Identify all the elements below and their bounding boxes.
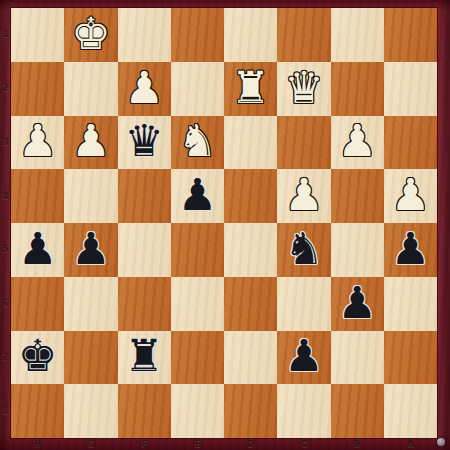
square-c7[interactable]: ♟: [277, 331, 330, 385]
square-g1[interactable]: ♚: [64, 8, 117, 62]
black-queen[interactable]: ♛: [124, 119, 163, 163]
white-pawn[interactable]: ♟: [284, 173, 323, 217]
rank-label-6: 6: [0, 277, 11, 331]
square-a4[interactable]: ♟: [384, 169, 437, 223]
square-b7[interactable]: [331, 331, 384, 385]
file-label-b: B: [331, 438, 384, 450]
white-pawn[interactable]: ♟: [337, 119, 376, 163]
file-label-e: E: [171, 438, 224, 450]
square-b8[interactable]: [331, 384, 384, 438]
file-label-h: H: [11, 438, 64, 450]
square-g8[interactable]: [64, 384, 117, 438]
black-pawn[interactable]: ♟: [18, 227, 57, 271]
square-a3[interactable]: [384, 116, 437, 170]
square-a5[interactable]: ♟: [384, 223, 437, 277]
square-c6[interactable]: [277, 277, 330, 331]
white-queen[interactable]: ♛: [284, 66, 323, 110]
rank-label-2: 2: [0, 62, 11, 116]
square-e2[interactable]: [171, 62, 224, 116]
file-label-c: C: [277, 438, 330, 450]
white-pawn[interactable]: ♟: [391, 173, 430, 217]
square-g4[interactable]: [64, 169, 117, 223]
rank-labels: 12345678: [0, 8, 11, 438]
rank-label-5: 5: [0, 223, 11, 277]
square-h8[interactable]: [11, 384, 64, 438]
square-e8[interactable]: [171, 384, 224, 438]
square-a6[interactable]: [384, 277, 437, 331]
black-pawn[interactable]: ♟: [284, 334, 323, 378]
file-label-g: G: [64, 438, 117, 450]
square-e4[interactable]: ♟: [171, 169, 224, 223]
white-pawn[interactable]: ♟: [124, 66, 163, 110]
square-d6[interactable]: [224, 277, 277, 331]
square-f1[interactable]: [118, 8, 171, 62]
square-e1[interactable]: [171, 8, 224, 62]
rank-label-4: 4: [0, 169, 11, 223]
square-c3[interactable]: [277, 116, 330, 170]
rank-label-3: 3: [0, 116, 11, 170]
square-f5[interactable]: [118, 223, 171, 277]
square-g6[interactable]: [64, 277, 117, 331]
square-d2[interactable]: ♜: [224, 62, 277, 116]
file-label-d: D: [224, 438, 277, 450]
square-e7[interactable]: [171, 331, 224, 385]
board-grid: ♚♟♜♛♟♟♛♞♟♟♟♟♟♟♞♟♟♚♜♟: [11, 8, 437, 438]
white-pawn[interactable]: ♟: [71, 119, 110, 163]
file-label-a: A: [384, 438, 437, 450]
square-c4[interactable]: ♟: [277, 169, 330, 223]
square-g2[interactable]: [64, 62, 117, 116]
square-h5[interactable]: ♟: [11, 223, 64, 277]
rank-label-7: 7: [0, 331, 11, 385]
square-h7[interactable]: ♚: [11, 331, 64, 385]
square-d4[interactable]: [224, 169, 277, 223]
square-d1[interactable]: [224, 8, 277, 62]
square-g5[interactable]: ♟: [64, 223, 117, 277]
square-b5[interactable]: [331, 223, 384, 277]
square-f8[interactable]: [118, 384, 171, 438]
square-d7[interactable]: [224, 331, 277, 385]
black-king[interactable]: ♚: [18, 334, 57, 378]
black-pawn[interactable]: ♟: [71, 227, 110, 271]
square-h1[interactable]: [11, 8, 64, 62]
white-knight[interactable]: ♞: [178, 119, 217, 163]
corner-dot: [437, 438, 445, 446]
square-f4[interactable]: [118, 169, 171, 223]
square-a2[interactable]: [384, 62, 437, 116]
square-f6[interactable]: [118, 277, 171, 331]
square-d5[interactable]: [224, 223, 277, 277]
square-c5[interactable]: ♞: [277, 223, 330, 277]
square-e5[interactable]: [171, 223, 224, 277]
square-h4[interactable]: [11, 169, 64, 223]
square-b1[interactable]: [331, 8, 384, 62]
black-rook[interactable]: ♜: [124, 334, 163, 378]
square-h2[interactable]: [11, 62, 64, 116]
square-a1[interactable]: [384, 8, 437, 62]
square-g3[interactable]: ♟: [64, 116, 117, 170]
file-label-f: F: [118, 438, 171, 450]
square-e3[interactable]: ♞: [171, 116, 224, 170]
rank-label-1: 1: [0, 8, 11, 62]
square-g7[interactable]: [64, 331, 117, 385]
square-b3[interactable]: ♟: [331, 116, 384, 170]
square-b2[interactable]: [331, 62, 384, 116]
rank-label-8: 8: [0, 384, 11, 438]
square-e6[interactable]: [171, 277, 224, 331]
white-king[interactable]: ♚: [71, 12, 110, 56]
black-knight[interactable]: ♞: [284, 227, 323, 271]
square-c2[interactable]: ♛: [277, 62, 330, 116]
black-pawn[interactable]: ♟: [391, 227, 430, 271]
square-f3[interactable]: ♛: [118, 116, 171, 170]
square-b6[interactable]: ♟: [331, 277, 384, 331]
square-c1[interactable]: [277, 8, 330, 62]
square-a8[interactable]: [384, 384, 437, 438]
square-f7[interactable]: ♜: [118, 331, 171, 385]
square-f2[interactable]: ♟: [118, 62, 171, 116]
black-pawn[interactable]: ♟: [178, 173, 217, 217]
square-d3[interactable]: [224, 116, 277, 170]
white-pawn[interactable]: ♟: [18, 119, 57, 163]
square-h6[interactable]: [11, 277, 64, 331]
square-c8[interactable]: [277, 384, 330, 438]
white-rook[interactable]: ♜: [231, 66, 270, 110]
square-d8[interactable]: [224, 384, 277, 438]
black-pawn[interactable]: ♟: [337, 281, 376, 325]
file-labels: HGFEDCBA: [11, 438, 437, 450]
chess-board-frame: ♚♟♜♛♟♟♛♞♟♟♟♟♟♟♞♟♟♚♜♟ 12345678 HGFEDCBA: [0, 0, 450, 450]
square-b4[interactable]: [331, 169, 384, 223]
square-a7[interactable]: [384, 331, 437, 385]
square-h3[interactable]: ♟: [11, 116, 64, 170]
